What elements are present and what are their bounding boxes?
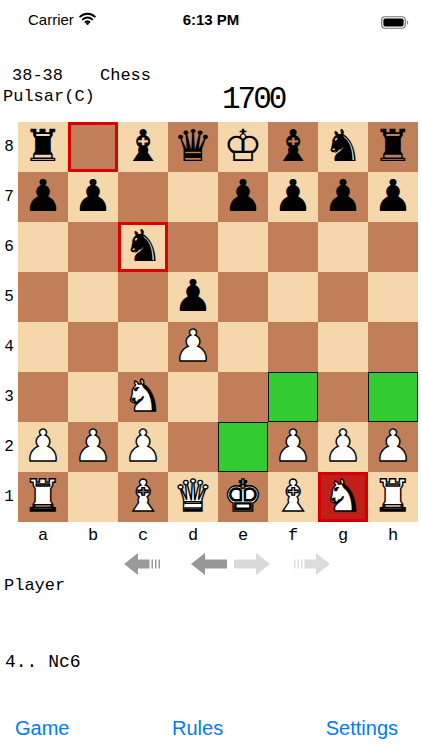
- square-f8[interactable]: ♝: [268, 122, 318, 172]
- battery-icon: [381, 15, 409, 32]
- piece-black-queen: ♛: [173, 121, 212, 171]
- square-b5[interactable]: [68, 272, 118, 322]
- last-move-text: 4.. Nc6: [5, 652, 81, 672]
- square-b4[interactable]: [68, 322, 118, 372]
- piece-black-knight: ♞: [123, 221, 162, 271]
- file-label-d: d: [168, 522, 218, 548]
- rank-label-3: 3: [0, 372, 18, 422]
- square-e5[interactable]: [218, 272, 268, 322]
- square-c4[interactable]: [118, 322, 168, 372]
- square-a7[interactable]: ♟: [18, 172, 68, 222]
- bottom-toolbar: GameRulesSettings: [0, 706, 422, 750]
- file-labels: abcdefgh: [18, 522, 418, 548]
- rank-label-4: 4: [0, 322, 18, 372]
- app-title: Chess: [100, 66, 151, 85]
- rank-labels: 87654321: [0, 122, 18, 522]
- square-h2[interactable]: ♟: [368, 422, 418, 472]
- square-f3[interactable]: [268, 372, 318, 422]
- piece-black-rook: ♜: [373, 121, 412, 171]
- square-b6[interactable]: [68, 222, 118, 272]
- square-f1[interactable]: ♝: [268, 472, 318, 522]
- square-d1[interactable]: ♛: [168, 472, 218, 522]
- piece-black-knight: ♞: [323, 121, 362, 171]
- chess-app-screen: Carrier 6:13 PM 38-38 Chess Pulsar(C) 17…: [0, 0, 422, 750]
- square-g6[interactable]: [318, 222, 368, 272]
- square-g5[interactable]: [318, 272, 368, 322]
- piece-white-pawn: ♟: [23, 421, 62, 471]
- engine-name: Pulsar(C): [3, 87, 95, 106]
- engine-rating: 1700: [222, 82, 284, 117]
- square-h7[interactable]: ♟: [368, 172, 418, 222]
- square-a4[interactable]: [18, 322, 68, 372]
- square-f5[interactable]: [268, 272, 318, 322]
- piece-white-king: ♚: [223, 471, 262, 521]
- square-f2[interactable]: ♟: [268, 422, 318, 472]
- square-d4[interactable]: ♟: [168, 322, 218, 372]
- piece-black-rook: ♜: [23, 121, 62, 171]
- square-f4[interactable]: [268, 322, 318, 372]
- square-h6[interactable]: [368, 222, 418, 272]
- file-label-a: a: [18, 522, 68, 548]
- rank-label-7: 7: [0, 172, 18, 222]
- square-g2[interactable]: ♟: [318, 422, 368, 472]
- square-d6[interactable]: [168, 222, 218, 272]
- piece-black-pawn: ♟: [223, 171, 262, 221]
- piece-white-bishop: ♝: [123, 471, 162, 521]
- square-a1[interactable]: ♜: [18, 472, 68, 522]
- square-e2[interactable]: [218, 422, 268, 472]
- square-g1[interactable]: ♞: [318, 472, 368, 522]
- move-navigation: [123, 552, 331, 576]
- square-a5[interactable]: [18, 272, 68, 322]
- piece-black-pawn: ♟: [273, 171, 312, 221]
- square-a6[interactable]: [18, 222, 68, 272]
- piece-white-knight: ♞: [123, 371, 162, 421]
- piece-black-pawn: ♟: [23, 171, 62, 221]
- square-c1[interactable]: ♝: [118, 472, 168, 522]
- square-e7[interactable]: ♟: [218, 172, 268, 222]
- rank-label-5: 5: [0, 272, 18, 322]
- square-b3[interactable]: [68, 372, 118, 422]
- square-c2[interactable]: ♟: [118, 422, 168, 472]
- file-label-e: e: [218, 522, 268, 548]
- square-h1[interactable]: ♜: [368, 472, 418, 522]
- piece-black-pawn: ♟: [323, 171, 362, 221]
- toolbar-item-game[interactable]: Game: [15, 717, 69, 740]
- square-a8[interactable]: ♜: [18, 122, 68, 172]
- square-d7[interactable]: [168, 172, 218, 222]
- toolbar-item-settings[interactable]: Settings: [326, 717, 398, 740]
- rank-label-2: 2: [0, 422, 18, 472]
- square-e4[interactable]: [218, 322, 268, 372]
- square-a2[interactable]: ♟: [18, 422, 68, 472]
- piece-white-knight: ♞: [323, 471, 362, 521]
- chess-board: ♜♝♛♔♝♞♜♟♟♟♟♟♟♞♟♟♞♟♟♟♟♟♟♜♝♛♚♝♞♜: [18, 122, 418, 522]
- square-e1[interactable]: ♚: [218, 472, 268, 522]
- clock-time: 6:13 PM: [0, 11, 422, 28]
- piece-black-pawn: ♟: [73, 171, 112, 221]
- square-f7[interactable]: ♟: [268, 172, 318, 222]
- rank-label-8: 8: [0, 122, 18, 172]
- piece-black-pawn: ♟: [173, 271, 212, 321]
- square-h5[interactable]: [368, 272, 418, 322]
- file-label-b: b: [68, 522, 118, 548]
- square-c8[interactable]: ♝: [118, 122, 168, 172]
- file-label-c: c: [118, 522, 168, 548]
- square-e6[interactable]: [218, 222, 268, 272]
- square-d2[interactable]: [168, 422, 218, 472]
- piece-white-rook: ♜: [23, 471, 62, 521]
- square-h4[interactable]: [368, 322, 418, 372]
- piece-white-rook: ♜: [373, 471, 412, 521]
- status-bar: Carrier 6:13 PM: [0, 0, 422, 44]
- piece-white-pawn: ♟: [273, 421, 312, 471]
- square-c7[interactable]: [118, 172, 168, 222]
- square-d3[interactable]: [168, 372, 218, 422]
- square-c6[interactable]: ♞: [118, 222, 168, 272]
- square-b1[interactable]: [68, 472, 118, 522]
- piece-white-pawn: ♟: [123, 421, 162, 471]
- step-back-button[interactable]: [190, 552, 228, 576]
- piece-white-pawn: ♟: [73, 421, 112, 471]
- skip-forward-button[interactable]: [293, 552, 331, 576]
- piece-white-pawn: ♟: [173, 321, 212, 371]
- square-e8[interactable]: ♔: [218, 122, 268, 172]
- match-score: 38-38: [12, 66, 63, 85]
- toolbar-item-rules[interactable]: Rules: [172, 717, 223, 740]
- piece-black-bishop: ♝: [273, 121, 312, 171]
- square-b2[interactable]: ♟: [68, 422, 118, 472]
- square-f6[interactable]: [268, 222, 318, 272]
- square-h3[interactable]: [368, 372, 418, 422]
- player-label: Player: [4, 576, 65, 595]
- square-b8[interactable]: [68, 122, 118, 172]
- file-label-g: g: [318, 522, 368, 548]
- piece-black-king: ♔: [223, 121, 262, 171]
- square-d5[interactable]: ♟: [168, 272, 218, 322]
- piece-black-pawn: ♟: [373, 171, 412, 221]
- piece-white-queen: ♛: [173, 471, 212, 521]
- file-label-h: h: [368, 522, 418, 548]
- piece-white-pawn: ♟: [373, 421, 412, 471]
- skip-back-button[interactable]: [123, 552, 161, 576]
- square-e3[interactable]: [218, 372, 268, 422]
- file-label-f: f: [268, 522, 318, 548]
- square-a3[interactable]: [18, 372, 68, 422]
- step-forward-button[interactable]: [233, 552, 271, 576]
- rank-label-6: 6: [0, 222, 18, 272]
- square-g7[interactable]: ♟: [318, 172, 368, 222]
- piece-white-pawn: ♟: [323, 421, 362, 471]
- square-c5[interactable]: [118, 272, 168, 322]
- square-c3[interactable]: ♞: [118, 372, 168, 422]
- square-g4[interactable]: [318, 322, 368, 372]
- square-b7[interactable]: ♟: [68, 172, 118, 222]
- piece-white-bishop: ♝: [273, 471, 312, 521]
- square-h8[interactable]: ♜: [368, 122, 418, 172]
- rank-label-1: 1: [0, 472, 18, 522]
- square-d8[interactable]: ♛: [168, 122, 218, 172]
- square-g3[interactable]: [318, 372, 368, 422]
- square-g8[interactable]: ♞: [318, 122, 368, 172]
- piece-black-bishop: ♝: [123, 121, 162, 171]
